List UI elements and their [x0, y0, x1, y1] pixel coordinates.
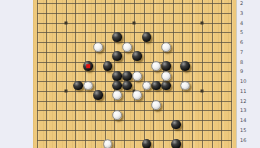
black-stone [112, 52, 122, 62]
white-stone [112, 90, 122, 100]
star-point [65, 90, 68, 93]
grid-line-horizontal [37, 13, 233, 14]
black-stone [171, 139, 181, 148]
page-margin-left [0, 0, 33, 148]
row-coordinate-label: 3 [240, 11, 243, 16]
white-stone [122, 42, 132, 52]
black-stone [161, 81, 171, 91]
row-coordinate-label: 10 [240, 79, 246, 84]
white-stone [161, 42, 171, 52]
black-stone [112, 71, 122, 81]
grid-line-horizontal [37, 130, 233, 131]
row-coordinate-label: 8 [240, 59, 243, 64]
black-stone [161, 61, 171, 71]
white-stone [132, 90, 142, 100]
row-coordinate-label: 12 [240, 98, 246, 103]
black-stone [142, 139, 152, 148]
grid-line-horizontal [37, 32, 233, 33]
white-stone [83, 81, 93, 91]
white-stone [151, 61, 161, 71]
black-stone [74, 81, 84, 91]
grid-line-horizontal [37, 81, 233, 82]
grid-line-horizontal [37, 140, 233, 141]
star-point [201, 90, 204, 93]
black-stone [103, 61, 113, 71]
row-coordinate-label: 6 [240, 40, 243, 45]
black-stone [132, 52, 142, 62]
white-stone [103, 139, 113, 148]
white-stone [181, 81, 191, 91]
white-stone [161, 71, 171, 81]
white-stone [151, 100, 161, 110]
star-point [201, 22, 204, 25]
row-coordinate-label: 13 [240, 108, 246, 113]
grid-line-horizontal [37, 62, 233, 63]
grid-line-horizontal [37, 3, 233, 4]
grid-line-horizontal [37, 120, 233, 121]
black-stone [112, 32, 122, 42]
row-coordinate-label: 16 [240, 137, 246, 142]
row-coordinate-label: 14 [240, 118, 246, 123]
black-stone [122, 71, 132, 81]
grid-line-horizontal [37, 101, 233, 102]
black-stone [122, 81, 132, 91]
black-stone [142, 32, 152, 42]
row-coordinate-label: 9 [240, 69, 243, 74]
row-coordinate-label: 11 [240, 88, 246, 93]
row-coordinate-label: 7 [240, 49, 243, 54]
black-stone [112, 81, 122, 91]
black-stone [181, 61, 191, 71]
last-move-marker [86, 64, 90, 68]
row-coordinate-label: 5 [240, 30, 243, 35]
row-coordinate-label: 2 [240, 1, 243, 6]
black-stone [93, 90, 103, 100]
white-stone [142, 81, 152, 91]
row-coordinate-strip: 2345678910111213141516 [236, 0, 260, 148]
star-point [133, 22, 136, 25]
black-stone [151, 81, 161, 91]
row-coordinate-label: 4 [240, 20, 243, 25]
black-stone [171, 120, 181, 130]
grid-line-horizontal [37, 110, 233, 111]
white-stone [93, 42, 103, 52]
game-board[interactable] [33, 0, 237, 148]
star-point [65, 22, 68, 25]
white-stone [132, 71, 142, 81]
white-stone [112, 110, 122, 120]
gomoku-app-screen: 2345678910111213141516 [0, 0, 260, 148]
row-coordinate-label: 15 [240, 127, 246, 132]
grid-line-horizontal [37, 42, 233, 43]
